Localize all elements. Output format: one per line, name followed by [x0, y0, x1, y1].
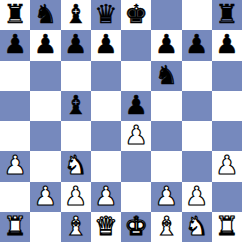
piece-black-king[interactable]: ♚ — [124, 1, 147, 27]
piece-black-pawn[interactable]: ♟ — [124, 92, 147, 118]
square-e8[interactable]: ♚ — [121, 0, 151, 30]
piece-black-queen[interactable]: ♛ — [94, 1, 117, 27]
square-e1[interactable]: ♚ — [121, 212, 151, 242]
square-d6[interactable] — [91, 61, 121, 91]
square-h1[interactable]: ♜ — [212, 212, 242, 242]
piece-black-pawn[interactable]: ♟ — [155, 31, 178, 57]
square-g3[interactable] — [182, 151, 212, 181]
square-a8[interactable]: ♜ — [0, 0, 30, 30]
piece-white-rook[interactable]: ♜ — [215, 213, 238, 239]
piece-white-pawn[interactable]: ♟ — [64, 183, 87, 209]
piece-black-knight[interactable]: ♞ — [155, 62, 178, 88]
piece-white-bishop[interactable]: ♝ — [155, 213, 178, 239]
square-c5[interactable]: ♝ — [61, 91, 91, 121]
piece-black-pawn[interactable]: ♟ — [34, 31, 57, 57]
square-b8[interactable]: ♞ — [30, 0, 60, 30]
square-g7[interactable]: ♟ — [182, 30, 212, 60]
piece-white-pawn[interactable]: ♟ — [155, 183, 178, 209]
square-a3[interactable]: ♟ — [0, 151, 30, 181]
square-h3[interactable]: ♟ — [212, 151, 242, 181]
square-d4[interactable] — [91, 121, 121, 151]
square-e2[interactable] — [121, 182, 151, 212]
piece-white-pawn[interactable]: ♟ — [3, 152, 26, 178]
chess-board: ♜♞♝♛♚♜♟♟♟♟♟♟♟♞♝♟♟♟♞♟♟♟♟♟♟♜♝♛♚♝♞♜ — [0, 0, 242, 242]
square-e4[interactable]: ♟ — [121, 121, 151, 151]
square-b3[interactable] — [30, 151, 60, 181]
square-b7[interactable]: ♟ — [30, 30, 60, 60]
piece-white-rook[interactable]: ♜ — [3, 213, 26, 239]
square-c6[interactable] — [61, 61, 91, 91]
square-h6[interactable] — [212, 61, 242, 91]
square-c4[interactable] — [61, 121, 91, 151]
square-d8[interactable]: ♛ — [91, 0, 121, 30]
square-b4[interactable] — [30, 121, 60, 151]
square-a7[interactable]: ♟ — [0, 30, 30, 60]
square-e6[interactable] — [121, 61, 151, 91]
piece-white-pawn[interactable]: ♟ — [94, 183, 117, 209]
square-d1[interactable]: ♛ — [91, 212, 121, 242]
piece-black-pawn[interactable]: ♟ — [3, 31, 26, 57]
square-g1[interactable]: ♞ — [182, 212, 212, 242]
square-f7[interactable]: ♟ — [151, 30, 181, 60]
square-h8[interactable]: ♜ — [212, 0, 242, 30]
square-c2[interactable]: ♟ — [61, 182, 91, 212]
square-a4[interactable] — [0, 121, 30, 151]
square-f1[interactable]: ♝ — [151, 212, 181, 242]
square-h5[interactable] — [212, 91, 242, 121]
square-f2[interactable]: ♟ — [151, 182, 181, 212]
square-b1[interactable] — [30, 212, 60, 242]
square-g8[interactable] — [182, 0, 212, 30]
square-g5[interactable] — [182, 91, 212, 121]
square-d7[interactable]: ♟ — [91, 30, 121, 60]
square-f4[interactable] — [151, 121, 181, 151]
piece-white-knight[interactable]: ♞ — [64, 152, 87, 178]
square-e7[interactable] — [121, 30, 151, 60]
square-g6[interactable] — [182, 61, 212, 91]
piece-black-bishop[interactable]: ♝ — [64, 92, 87, 118]
square-a2[interactable] — [0, 182, 30, 212]
square-b2[interactable]: ♟ — [30, 182, 60, 212]
piece-white-knight[interactable]: ♞ — [185, 213, 208, 239]
piece-black-pawn[interactable]: ♟ — [185, 31, 208, 57]
piece-black-bishop[interactable]: ♝ — [64, 1, 87, 27]
square-d5[interactable] — [91, 91, 121, 121]
piece-white-pawn[interactable]: ♟ — [124, 122, 147, 148]
square-d3[interactable] — [91, 151, 121, 181]
square-e3[interactable] — [121, 151, 151, 181]
square-f8[interactable] — [151, 0, 181, 30]
piece-black-pawn[interactable]: ♟ — [215, 31, 238, 57]
square-g2[interactable]: ♟ — [182, 182, 212, 212]
piece-black-rook[interactable]: ♜ — [3, 1, 26, 27]
square-h7[interactable]: ♟ — [212, 30, 242, 60]
piece-white-pawn[interactable]: ♟ — [215, 152, 238, 178]
square-b6[interactable] — [30, 61, 60, 91]
square-a5[interactable] — [0, 91, 30, 121]
piece-white-king[interactable]: ♚ — [124, 213, 147, 239]
square-f6[interactable]: ♞ — [151, 61, 181, 91]
piece-white-pawn[interactable]: ♟ — [34, 183, 57, 209]
square-c3[interactable]: ♞ — [61, 151, 91, 181]
square-a6[interactable] — [0, 61, 30, 91]
square-h4[interactable] — [212, 121, 242, 151]
piece-black-pawn[interactable]: ♟ — [94, 31, 117, 57]
piece-white-queen[interactable]: ♛ — [94, 213, 117, 239]
piece-white-pawn[interactable]: ♟ — [185, 183, 208, 209]
square-f3[interactable] — [151, 151, 181, 181]
piece-white-bishop[interactable]: ♝ — [64, 213, 87, 239]
piece-black-pawn[interactable]: ♟ — [64, 31, 87, 57]
square-c7[interactable]: ♟ — [61, 30, 91, 60]
square-g4[interactable] — [182, 121, 212, 151]
square-a1[interactable]: ♜ — [0, 212, 30, 242]
square-f5[interactable] — [151, 91, 181, 121]
square-c8[interactable]: ♝ — [61, 0, 91, 30]
square-h2[interactable] — [212, 182, 242, 212]
square-b5[interactable] — [30, 91, 60, 121]
square-d2[interactable]: ♟ — [91, 182, 121, 212]
piece-black-rook[interactable]: ♜ — [215, 1, 238, 27]
square-e5[interactable]: ♟ — [121, 91, 151, 121]
piece-black-knight[interactable]: ♞ — [34, 1, 57, 27]
square-c1[interactable]: ♝ — [61, 212, 91, 242]
